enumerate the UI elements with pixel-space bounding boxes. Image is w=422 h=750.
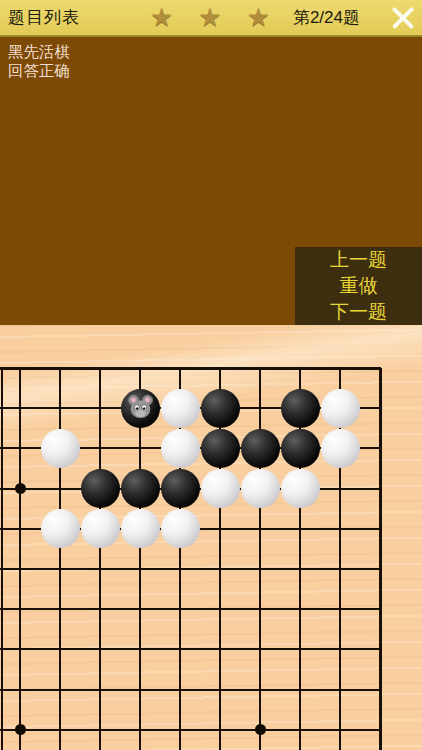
stone-black-last-move-mouse [121, 389, 160, 428]
stone-black [281, 429, 320, 468]
grid-line-horizontal [0, 729, 381, 731]
star-point [255, 724, 266, 735]
stone-white [161, 429, 200, 468]
stone-white [321, 389, 360, 428]
next-problem-button[interactable]: 下一题 [295, 299, 422, 325]
star-icon: ★ [198, 0, 221, 35]
grid-line-horizontal [0, 608, 381, 610]
grid-line-horizontal [0, 568, 381, 570]
mouse-marker-icon [124, 391, 157, 424]
difficulty-stars: ★★★ [150, 0, 270, 35]
top-bar: 题目列表 ★★★ 第2/24题 [0, 0, 422, 37]
stone-black [201, 429, 240, 468]
stone-white [321, 429, 360, 468]
grid-line-vertical [19, 368, 21, 750]
result-label: 回答正确 [8, 61, 70, 80]
stone-white [201, 469, 240, 508]
stone-white [41, 429, 80, 468]
stone-white [81, 509, 120, 548]
problem-list-button[interactable]: 题目列表 [8, 0, 80, 35]
app-screen: 题目列表 ★★★ 第2/24题 黑先活棋 回答正确 上一题 重做 下一题 [0, 0, 422, 750]
stone-white [161, 509, 200, 548]
grid-line-horizontal [0, 689, 381, 691]
stone-black [281, 389, 320, 428]
star-icon: ★ [247, 0, 270, 35]
grid-line-vertical [259, 368, 261, 750]
status-panel: 黑先活棋 回答正确 [8, 42, 70, 80]
stone-black [81, 469, 120, 508]
problem-progress: 第2/24题 [293, 0, 360, 35]
task-label: 黑先活棋 [8, 42, 70, 61]
redo-button[interactable]: 重做 [295, 273, 422, 299]
stone-black [241, 429, 280, 468]
star-point [15, 724, 26, 735]
stone-white [41, 509, 80, 548]
star-icon: ★ [150, 0, 173, 35]
stone-white [241, 469, 280, 508]
close-button[interactable] [391, 6, 415, 30]
grid-line-horizontal [0, 367, 381, 370]
grid-line-vertical [379, 368, 382, 750]
grid-line-horizontal [0, 648, 381, 650]
stone-white [121, 509, 160, 548]
nav-panel: 上一题 重做 下一题 [295, 247, 422, 325]
go-board[interactable] [0, 325, 422, 750]
grid-line-vertical [59, 368, 61, 750]
stone-white [281, 469, 320, 508]
previous-problem-button[interactable]: 上一题 [295, 247, 422, 273]
stone-black [161, 469, 200, 508]
stone-black [121, 469, 160, 508]
stone-white [161, 389, 200, 428]
grid-line-vertical-clip-edge [1, 368, 3, 750]
grid-line-vertical [99, 368, 101, 750]
stone-black [201, 389, 240, 428]
star-point [15, 483, 26, 494]
